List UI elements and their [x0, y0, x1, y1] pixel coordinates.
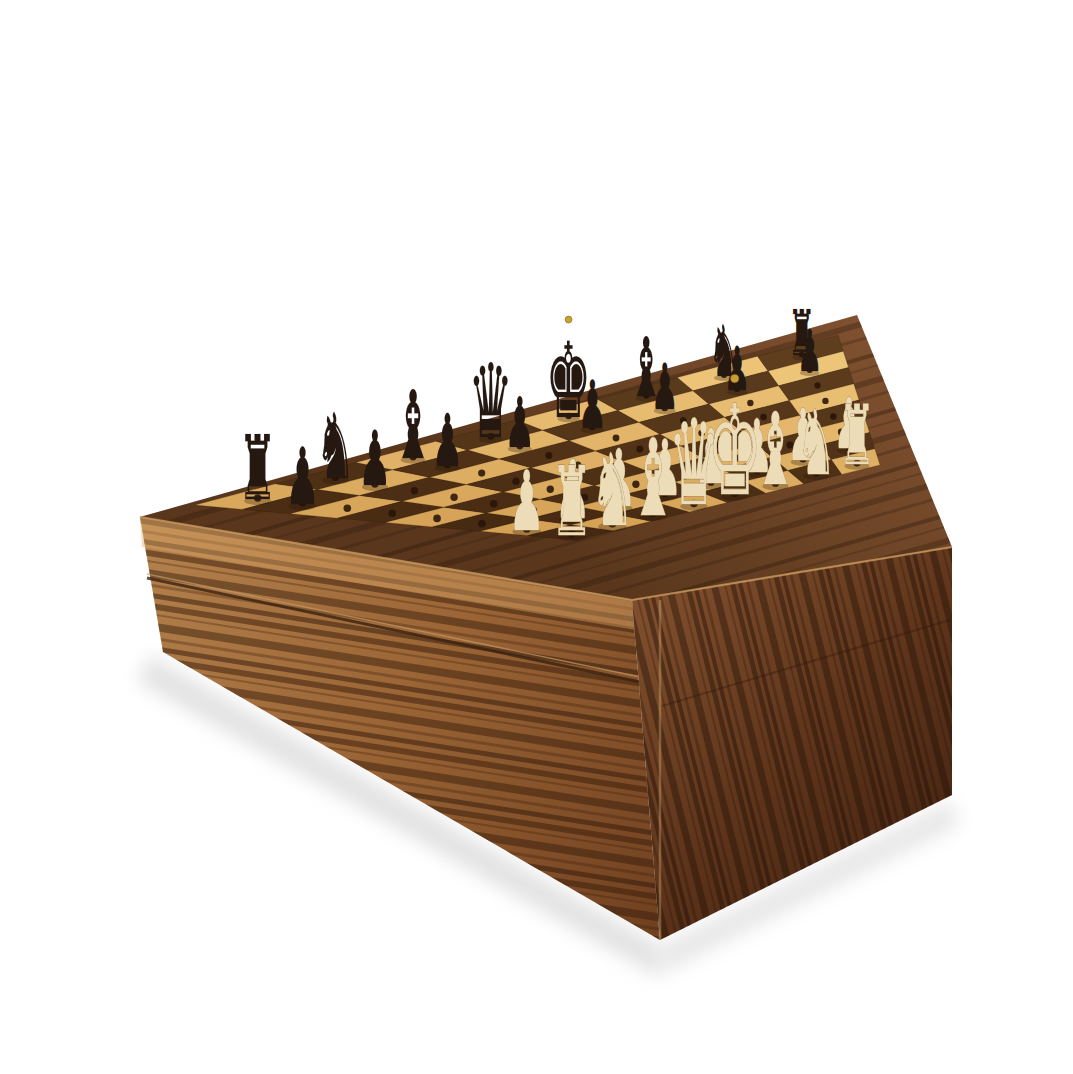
piece-black-pawn[interactable]: ♟: [797, 318, 822, 385]
piece-white-knight[interactable]: ♞: [591, 432, 635, 549]
peg-hole: [344, 504, 352, 512]
piece-white-rook[interactable]: ♜: [839, 386, 875, 483]
chess-set-canvas: ♜♟♞♟♝♟♚♟♛♟♟♝♟♜♟♟♞♞♟♝♟♚♟♜♟♛♟♝♟♞♟♜: [0, 0, 1073, 1074]
piece-black-bishop[interactable]: ♝: [392, 370, 433, 481]
peg-hole: [450, 494, 457, 501]
piece-white-bishop[interactable]: ♝: [630, 415, 677, 540]
piece-black-rook[interactable]: ♜: [238, 416, 277, 520]
brass-finial: [731, 374, 739, 382]
piece-white-knight[interactable]: ♞: [796, 390, 835, 495]
chess-set-photo: ♜♟♞♟♝♟♚♟♛♟♟♝♟♜♟♟♞♞♟♝♟♚♟♜♟♛♟♝♟♞♟♜: [0, 0, 1073, 1074]
brass-finial: [565, 316, 572, 323]
peg-hole: [478, 470, 485, 477]
peg-hole: [433, 515, 441, 523]
piece-black-pawn[interactable]: ♟: [285, 430, 320, 523]
peg-hole: [490, 500, 497, 507]
piece-black-pawn[interactable]: ♟: [358, 415, 391, 503]
peg-hole: [478, 520, 486, 528]
piece-white-rook[interactable]: ♜: [551, 446, 593, 558]
piece-black-pawn[interactable]: ♟: [431, 399, 463, 484]
piece-white-pawn[interactable]: ♟: [509, 452, 545, 549]
peg-hole: [411, 487, 418, 494]
piece-black-knight[interactable]: ♞: [315, 395, 355, 500]
peg-hole: [388, 509, 396, 517]
